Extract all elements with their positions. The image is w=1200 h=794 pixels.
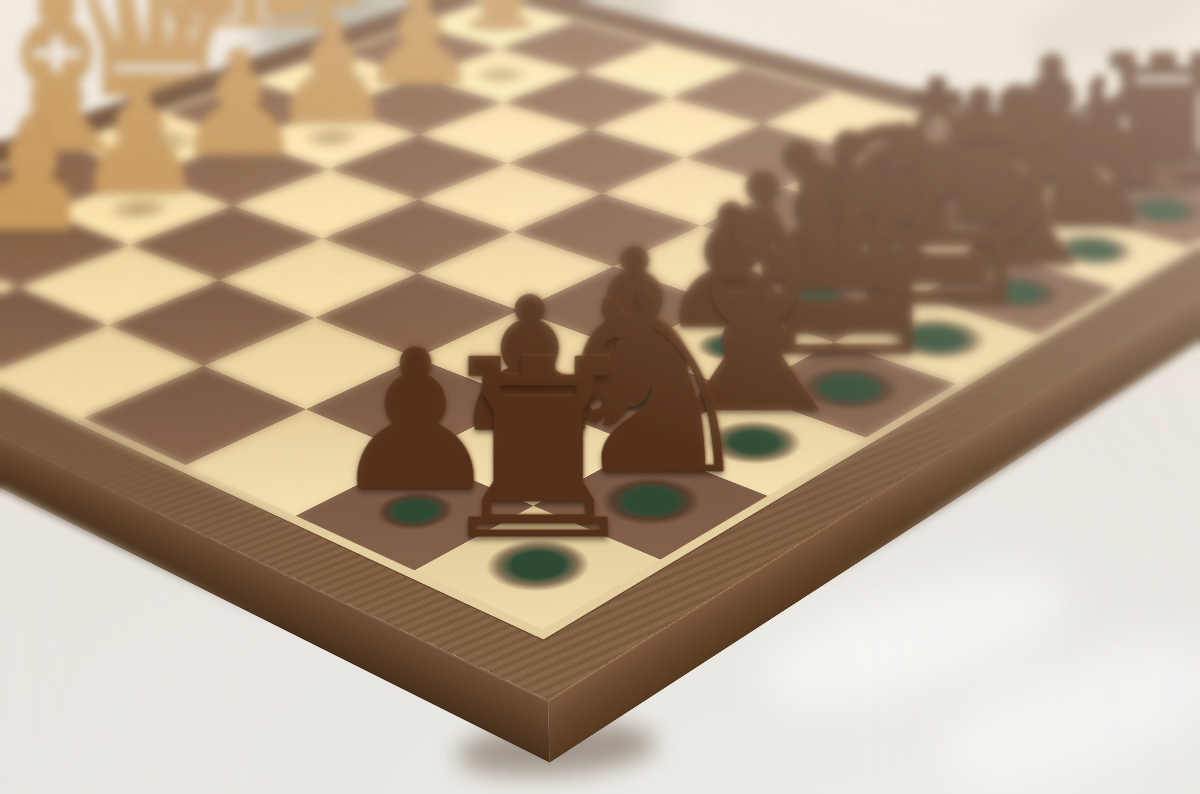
board-3d-scene: ♜♞♝♛♚♝♞♜♟♟♟♟♟♟♟♟♜♞♝♛♚♝♞♜♟♟♟♟♟♟♟♟ bbox=[0, 0, 1200, 794]
chess-board: ♜♞♝♛♚♝♞♜♟♟♟♟♟♟♟♟♜♞♝♛♚♝♞♜♟♟♟♟♟♟♟♟ bbox=[0, 0, 1200, 700]
chess-photo-scene: ♜♞♝♛♚♝♞♜♟♟♟♟♟♟♟♟♜♞♝♛♚♝♞♜♟♟♟♟♟♟♟♟ Wooden … bbox=[0, 0, 1200, 794]
